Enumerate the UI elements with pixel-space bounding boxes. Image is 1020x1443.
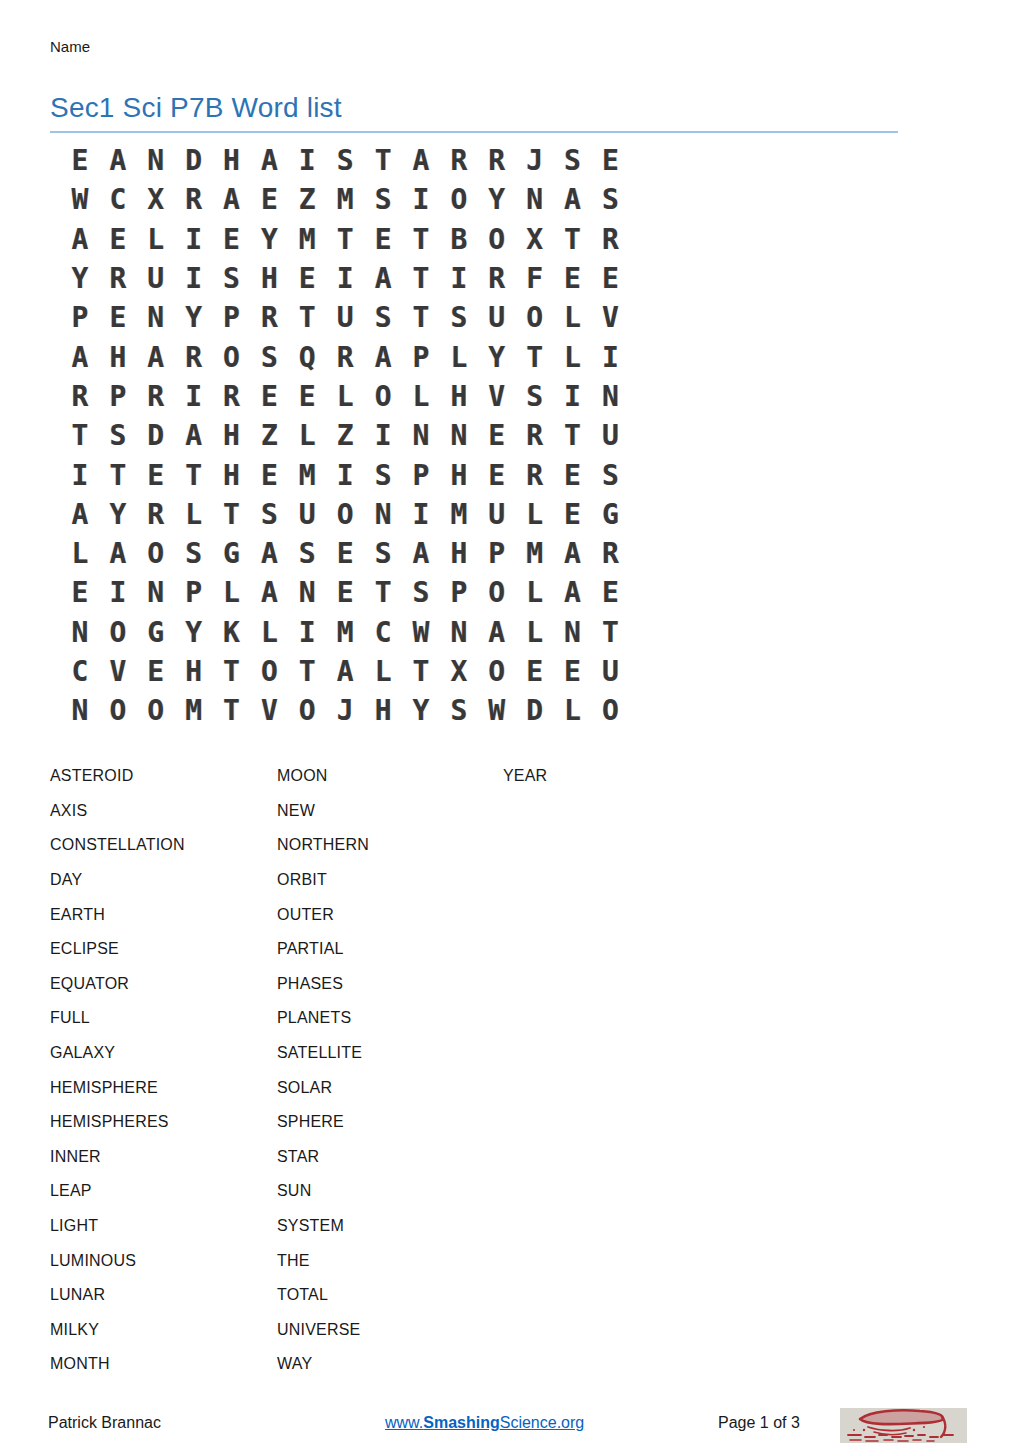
word-list-empty	[503, 1140, 670, 1175]
grid-cell: T	[402, 298, 440, 337]
grid-cell: R	[516, 455, 554, 494]
grid-cell: I	[99, 573, 137, 612]
word-list-item: HEMISPHERES	[50, 1105, 277, 1140]
grid-cell: I	[175, 377, 213, 416]
grid-cell: E	[364, 220, 402, 259]
word-list-empty	[503, 1105, 670, 1140]
grid-cell: L	[175, 495, 213, 534]
grid-cell: E	[591, 259, 629, 298]
grid-cell: A	[554, 180, 592, 219]
grid-cell: O	[99, 613, 137, 652]
grid-cell: O	[478, 220, 516, 259]
grid-cell: O	[250, 652, 288, 691]
grid-cell: U	[137, 259, 175, 298]
grid-cell: X	[516, 220, 554, 259]
grid-cell: I	[326, 259, 364, 298]
grid-cell: N	[137, 298, 175, 337]
grid-cell: L	[326, 377, 364, 416]
grid-cell: R	[326, 337, 364, 376]
grid-cell: M	[288, 455, 326, 494]
footer-author: Patrick Brannac	[48, 1414, 161, 1432]
word-list-item: ORBIT	[277, 863, 503, 898]
word-list-item: OUTER	[277, 897, 503, 932]
grid-cell: A	[250, 534, 288, 573]
word-list-item: MONTH	[50, 1347, 277, 1382]
grid-cell: E	[591, 141, 629, 180]
word-list-item: THE	[277, 1243, 503, 1278]
word-list-empty	[503, 932, 670, 967]
grid-cell: Y	[402, 691, 440, 730]
grid-cell: U	[478, 495, 516, 534]
grid-cell: N	[554, 613, 592, 652]
word-list-item: NEW	[277, 794, 503, 829]
word-list-item: CONSTELLATION	[50, 828, 277, 863]
grid-cell: M	[288, 220, 326, 259]
grid-cell: Z	[326, 416, 364, 455]
grid-cell: L	[554, 298, 592, 337]
grid-cell: E	[516, 652, 554, 691]
word-search-grid: EANDHAISTARRJSEWCXRAEZMSIOYNASAELIEYMTET…	[61, 141, 629, 730]
grid-cell: I	[61, 455, 99, 494]
word-list-empty	[503, 828, 670, 863]
grid-cell: T	[591, 613, 629, 652]
grid-cell: E	[326, 573, 364, 612]
grid-cell: A	[250, 573, 288, 612]
word-list-item: SYSTEM	[277, 1209, 503, 1244]
grid-cell: O	[137, 691, 175, 730]
grid-cell: S	[364, 455, 402, 494]
grid-cell: I	[288, 141, 326, 180]
grid-cell: A	[99, 534, 137, 573]
grid-cell: A	[250, 141, 288, 180]
word-list-empty	[503, 1313, 670, 1348]
grid-cell: A	[478, 613, 516, 652]
grid-cell: O	[213, 337, 251, 376]
grid-cell: S	[326, 141, 364, 180]
word-list-empty	[503, 1278, 670, 1313]
grid-cell: S	[591, 455, 629, 494]
grid-cell: R	[175, 337, 213, 376]
grid-cell: I	[402, 495, 440, 534]
word-list-item: HEMISPHERE	[50, 1070, 277, 1105]
grid-cell: A	[61, 337, 99, 376]
grid-cell: R	[137, 377, 175, 416]
grid-cell: R	[213, 377, 251, 416]
grid-cell: S	[402, 573, 440, 612]
grid-cell: E	[554, 259, 592, 298]
grid-cell: H	[440, 455, 478, 494]
grid-cell: T	[213, 495, 251, 534]
word-list: ASTEROIDMOONYEARAXISNEWCONSTELLATIONNORT…	[50, 759, 670, 1382]
grid-cell: T	[213, 652, 251, 691]
word-list-item: PARTIAL	[277, 932, 503, 967]
grid-cell: N	[288, 573, 326, 612]
word-list-item: GALAXY	[50, 1036, 277, 1071]
grid-cell: T	[516, 337, 554, 376]
grid-cell: H	[440, 534, 478, 573]
grid-cell: E	[554, 652, 592, 691]
grid-cell: I	[402, 180, 440, 219]
word-list-empty	[503, 1070, 670, 1105]
grid-cell: Y	[99, 495, 137, 534]
grid-cell: T	[364, 141, 402, 180]
word-list-item: DAY	[50, 863, 277, 898]
word-list-item: EQUATOR	[50, 967, 277, 1002]
word-list-item: YEAR	[503, 759, 670, 794]
grid-cell: F	[516, 259, 554, 298]
grid-cell: R	[591, 534, 629, 573]
grid-cell: H	[213, 416, 251, 455]
word-list-item: LUNAR	[50, 1278, 277, 1313]
grid-cell: E	[137, 455, 175, 494]
word-list-empty	[503, 863, 670, 898]
grid-cell: D	[137, 416, 175, 455]
word-list-item: AXIS	[50, 794, 277, 829]
grid-cell: I	[554, 377, 592, 416]
grid-cell: N	[440, 416, 478, 455]
grid-cell: B	[440, 220, 478, 259]
word-list-item: STAR	[277, 1140, 503, 1175]
grid-cell: N	[440, 613, 478, 652]
grid-cell: R	[478, 259, 516, 298]
grid-cell: H	[213, 455, 251, 494]
grid-cell: O	[288, 691, 326, 730]
grid-cell: E	[61, 573, 99, 612]
grid-cell: H	[99, 337, 137, 376]
grid-cell: P	[402, 337, 440, 376]
grid-cell: R	[478, 141, 516, 180]
website-suffix: Science.org	[500, 1414, 585, 1431]
word-list-item: INNER	[50, 1140, 277, 1175]
grid-cell: N	[137, 573, 175, 612]
grid-cell: A	[402, 141, 440, 180]
grid-cell: S	[364, 298, 402, 337]
grid-cell: H	[213, 141, 251, 180]
worksheet-page: Name Sec1 Sci P7B Word list EANDHAISTARR…	[0, 0, 1020, 1443]
grid-cell: C	[61, 652, 99, 691]
grid-cell: U	[478, 298, 516, 337]
grid-cell: S	[288, 534, 326, 573]
grid-cell: M	[175, 691, 213, 730]
word-list-item: EARTH	[50, 897, 277, 932]
grid-cell: H	[175, 652, 213, 691]
grid-cell: I	[364, 416, 402, 455]
grid-cell: N	[137, 141, 175, 180]
grid-cell: Y	[478, 337, 516, 376]
grid-cell: A	[364, 337, 402, 376]
grid-cell: G	[213, 534, 251, 573]
grid-cell: Y	[250, 220, 288, 259]
word-list-empty	[503, 897, 670, 932]
page-title: Sec1 Sci P7B Word list	[50, 92, 898, 124]
grid-cell: A	[326, 652, 364, 691]
grid-cell: E	[554, 455, 592, 494]
grid-cell: P	[213, 298, 251, 337]
grid-cell: M	[326, 613, 364, 652]
grid-cell: R	[99, 259, 137, 298]
grid-cell: A	[402, 534, 440, 573]
grid-cell: L	[516, 613, 554, 652]
word-list-item: SATELLITE	[277, 1036, 503, 1071]
word-list-item: MILKY	[50, 1313, 277, 1348]
grid-cell: K	[213, 613, 251, 652]
grid-cell: I	[175, 220, 213, 259]
grid-cell: O	[137, 534, 175, 573]
grid-cell: J	[516, 141, 554, 180]
grid-cell: V	[250, 691, 288, 730]
grid-cell: A	[99, 141, 137, 180]
word-list-empty	[503, 1036, 670, 1071]
grid-cell: W	[402, 613, 440, 652]
grid-cell: T	[61, 416, 99, 455]
grid-cell: T	[554, 220, 592, 259]
grid-cell: L	[516, 573, 554, 612]
grid-cell: T	[213, 691, 251, 730]
grid-cell: E	[61, 141, 99, 180]
grid-cell: W	[478, 691, 516, 730]
word-list-empty	[503, 1174, 670, 1209]
grid-cell: T	[288, 298, 326, 337]
grid-cell: S	[250, 495, 288, 534]
grid-cell: S	[364, 534, 402, 573]
grid-cell: L	[213, 573, 251, 612]
grid-cell: E	[250, 180, 288, 219]
word-list-item: FULL	[50, 1001, 277, 1036]
grid-cell: E	[478, 455, 516, 494]
grid-cell: C	[364, 613, 402, 652]
word-list-empty	[503, 967, 670, 1002]
grid-cell: E	[213, 220, 251, 259]
grid-cell: S	[440, 691, 478, 730]
grid-cell: S	[440, 298, 478, 337]
grid-cell: E	[99, 298, 137, 337]
grid-cell: O	[478, 652, 516, 691]
grid-cell: H	[250, 259, 288, 298]
grid-cell: O	[516, 298, 554, 337]
grid-cell: N	[591, 377, 629, 416]
grid-cell: A	[213, 180, 251, 219]
grid-cell: E	[288, 377, 326, 416]
grid-cell: A	[61, 220, 99, 259]
website-prefix: www.	[385, 1414, 423, 1431]
grid-cell: Y	[61, 259, 99, 298]
grid-cell: P	[61, 298, 99, 337]
word-list-empty	[503, 1243, 670, 1278]
grid-cell: G	[591, 495, 629, 534]
grid-cell: O	[478, 573, 516, 612]
grid-cell: P	[440, 573, 478, 612]
grid-cell: N	[402, 416, 440, 455]
grid-cell: D	[516, 691, 554, 730]
grid-cell: W	[61, 180, 99, 219]
grid-cell: L	[554, 691, 592, 730]
grid-cell: D	[175, 141, 213, 180]
grid-cell: J	[326, 691, 364, 730]
grid-cell: U	[326, 298, 364, 337]
grid-cell: T	[402, 220, 440, 259]
grid-cell: L	[402, 377, 440, 416]
grid-cell: L	[364, 652, 402, 691]
grid-cell: L	[516, 495, 554, 534]
word-list-item: LIGHT	[50, 1209, 277, 1244]
grid-cell: E	[554, 495, 592, 534]
grid-cell: R	[516, 416, 554, 455]
grid-cell: O	[326, 495, 364, 534]
grid-cell: R	[137, 495, 175, 534]
grid-cell: E	[288, 259, 326, 298]
word-list-item: UNIVERSE	[277, 1313, 503, 1348]
grid-cell: A	[364, 259, 402, 298]
word-list-item: LEAP	[50, 1174, 277, 1209]
grid-cell: P	[478, 534, 516, 573]
grid-cell: E	[326, 534, 364, 573]
grid-cell: E	[137, 652, 175, 691]
grid-cell: T	[99, 455, 137, 494]
grid-cell: N	[61, 613, 99, 652]
grid-cell: Q	[288, 337, 326, 376]
word-list-item: ECLIPSE	[50, 932, 277, 967]
grid-cell: R	[591, 220, 629, 259]
word-list-empty	[503, 1347, 670, 1382]
grid-cell: N	[364, 495, 402, 534]
word-list-item: SUN	[277, 1174, 503, 1209]
grid-cell: L	[61, 534, 99, 573]
grid-cell: V	[99, 652, 137, 691]
smashing-science-logo	[840, 1408, 967, 1443]
word-list-item: TOTAL	[277, 1278, 503, 1313]
grid-cell: T	[402, 259, 440, 298]
grid-cell: U	[591, 652, 629, 691]
title-block: Sec1 Sci P7B Word list	[50, 92, 898, 133]
grid-cell: X	[440, 652, 478, 691]
grid-cell: R	[61, 377, 99, 416]
word-list-item: LUMINOUS	[50, 1243, 277, 1278]
grid-cell: L	[137, 220, 175, 259]
website-bold: Smashing	[423, 1414, 499, 1431]
word-list-item: SOLAR	[277, 1070, 503, 1105]
grid-cell: A	[554, 534, 592, 573]
word-list-empty	[503, 1001, 670, 1036]
word-list-item: PLANETS	[277, 1001, 503, 1036]
grid-cell: E	[250, 455, 288, 494]
grid-cell: E	[99, 220, 137, 259]
grid-cell: L	[288, 416, 326, 455]
grid-cell: E	[250, 377, 288, 416]
grid-cell: V	[478, 377, 516, 416]
grid-cell: T	[554, 416, 592, 455]
logo-stamp-icon	[840, 1408, 967, 1443]
grid-cell: Z	[250, 416, 288, 455]
word-list-item: MOON	[277, 759, 503, 794]
grid-cell: S	[516, 377, 554, 416]
grid-cell: R	[175, 180, 213, 219]
grid-cell: S	[554, 141, 592, 180]
grid-cell: S	[250, 337, 288, 376]
grid-cell: A	[175, 416, 213, 455]
grid-cell: S	[213, 259, 251, 298]
word-list-item: WAY	[277, 1347, 503, 1382]
word-list-item: NORTHERN	[277, 828, 503, 863]
grid-cell: A	[137, 337, 175, 376]
grid-cell: L	[554, 337, 592, 376]
grid-cell: T	[288, 652, 326, 691]
grid-cell: I	[591, 337, 629, 376]
grid-cell: E	[478, 416, 516, 455]
grid-cell: I	[440, 259, 478, 298]
grid-cell: I	[326, 455, 364, 494]
grid-cell: V	[591, 298, 629, 337]
grid-cell: T	[364, 573, 402, 612]
grid-cell: S	[591, 180, 629, 219]
word-list-item: PHASES	[277, 967, 503, 1002]
grid-cell: H	[440, 377, 478, 416]
grid-cell: T	[402, 652, 440, 691]
grid-cell: R	[250, 298, 288, 337]
grid-cell: T	[326, 220, 364, 259]
grid-cell: M	[440, 495, 478, 534]
grid-cell: O	[591, 691, 629, 730]
grid-cell: S	[175, 534, 213, 573]
grid-cell: U	[591, 416, 629, 455]
grid-cell: P	[99, 377, 137, 416]
word-list-empty	[503, 794, 670, 829]
grid-cell: X	[137, 180, 175, 219]
footer-website-link[interactable]: www.SmashingScience.org	[385, 1414, 584, 1432]
grid-cell: I	[175, 259, 213, 298]
grid-cell: G	[137, 613, 175, 652]
grid-cell: Y	[175, 298, 213, 337]
word-list-item: SPHERE	[277, 1105, 503, 1140]
grid-cell: C	[99, 180, 137, 219]
grid-cell: M	[516, 534, 554, 573]
word-list-item: ASTEROID	[50, 759, 277, 794]
grid-cell: E	[591, 573, 629, 612]
grid-cell: A	[61, 495, 99, 534]
grid-cell: U	[288, 495, 326, 534]
grid-cell: O	[99, 691, 137, 730]
grid-cell: P	[175, 573, 213, 612]
grid-cell: Z	[288, 180, 326, 219]
grid-cell: M	[326, 180, 364, 219]
grid-cell: T	[175, 455, 213, 494]
grid-cell: P	[402, 455, 440, 494]
grid-cell: L	[440, 337, 478, 376]
grid-cell: H	[364, 691, 402, 730]
grid-cell: Y	[175, 613, 213, 652]
grid-cell: O	[364, 377, 402, 416]
grid-cell: S	[364, 180, 402, 219]
grid-cell: L	[250, 613, 288, 652]
name-label: Name	[50, 38, 90, 55]
word-list-empty	[503, 1209, 670, 1244]
grid-cell: I	[288, 613, 326, 652]
grid-cell: N	[516, 180, 554, 219]
grid-cell: Y	[478, 180, 516, 219]
grid-cell: A	[554, 573, 592, 612]
grid-cell: R	[440, 141, 478, 180]
grid-cell: N	[61, 691, 99, 730]
footer-page-number: Page 1 of 3	[718, 1414, 800, 1432]
grid-cell: S	[99, 416, 137, 455]
grid-cell: O	[440, 180, 478, 219]
